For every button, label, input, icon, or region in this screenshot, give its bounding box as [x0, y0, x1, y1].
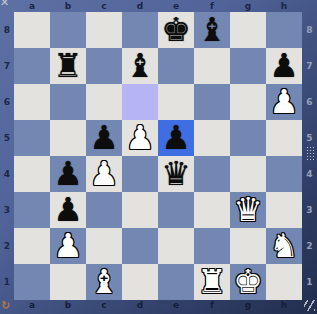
white-pawn-piece[interactable]: ♟ [86, 156, 122, 192]
square-h6[interactable]: ♟ [266, 84, 302, 120]
square-g7[interactable] [230, 48, 266, 84]
rank-label-left-3: 3 [0, 192, 14, 228]
file-label-top-f: f [194, 0, 230, 12]
white-knight-piece[interactable]: ♞ [266, 228, 302, 264]
rank-label-right-2: 2 [302, 228, 317, 264]
square-c2[interactable] [86, 228, 122, 264]
file-label-bottom-c: c [86, 299, 122, 313]
square-b5[interactable] [50, 120, 86, 156]
square-g1[interactable]: ♚ [230, 264, 266, 300]
square-g4[interactable] [230, 156, 266, 192]
file-label-bottom-b: b [50, 299, 86, 313]
square-c7[interactable] [86, 48, 122, 84]
square-f8[interactable]: ♝ [194, 12, 230, 48]
file-label-top-h: h [266, 0, 302, 12]
square-g5[interactable] [230, 120, 266, 156]
square-a5[interactable] [14, 120, 50, 156]
file-label-top-d: d [122, 0, 158, 12]
square-a2[interactable] [14, 228, 50, 264]
black-pawn-piece[interactable]: ♟ [50, 156, 86, 192]
square-d4[interactable] [122, 156, 158, 192]
black-pawn-piece[interactable]: ♟ [158, 120, 194, 156]
rank-label-left-8: 8 [0, 12, 14, 48]
square-c1[interactable]: ♝ [86, 264, 122, 300]
chess-board: ♚♝♜♝♟♟♟♟♟♟♟♛♟♛♟♞♝♜♚ [14, 12, 302, 300]
square-f4[interactable] [194, 156, 230, 192]
square-a3[interactable] [14, 192, 50, 228]
square-c8[interactable] [86, 12, 122, 48]
square-g2[interactable] [230, 228, 266, 264]
square-f2[interactable] [194, 228, 230, 264]
square-f7[interactable] [194, 48, 230, 84]
square-f6[interactable] [194, 84, 230, 120]
square-h8[interactable] [266, 12, 302, 48]
square-h5[interactable] [266, 120, 302, 156]
square-c5[interactable]: ♟ [86, 120, 122, 156]
file-label-bottom-f: f [194, 299, 230, 313]
drag-handle-dots-icon[interactable] [306, 146, 315, 162]
square-h2[interactable]: ♞ [266, 228, 302, 264]
file-label-top-a: a [14, 0, 50, 12]
white-pawn-piece[interactable]: ♟ [50, 228, 86, 264]
square-g6[interactable] [230, 84, 266, 120]
chess-board-window: ✕ ♚♝♜♝♟♟♟♟♟♟♟♛♟♛♟♞♝♜♚ aabbccddeeffgghh88… [0, 0, 317, 314]
square-f1[interactable]: ♜ [194, 264, 230, 300]
close-icon[interactable]: ✕ [0, 0, 9, 9]
square-c3[interactable] [86, 192, 122, 228]
square-b6[interactable] [50, 84, 86, 120]
rank-label-left-5: 5 [0, 120, 14, 156]
square-d1[interactable] [122, 264, 158, 300]
square-d6[interactable] [122, 84, 158, 120]
square-h7[interactable]: ♟ [266, 48, 302, 84]
black-pawn-piece[interactable]: ♟ [86, 120, 122, 156]
square-h1[interactable] [266, 264, 302, 300]
square-d5[interactable]: ♟ [122, 120, 158, 156]
square-f5[interactable] [194, 120, 230, 156]
file-label-bottom-d: d [122, 299, 158, 313]
rank-label-left-6: 6 [0, 84, 14, 120]
black-pawn-piece[interactable]: ♟ [50, 192, 86, 228]
black-bishop-piece[interactable]: ♝ [194, 12, 230, 48]
square-a6[interactable] [14, 84, 50, 120]
rank-label-right-1: 1 [302, 264, 317, 300]
white-pawn-piece[interactable]: ♟ [122, 120, 158, 156]
white-rook-piece[interactable]: ♜ [194, 264, 230, 300]
square-e8[interactable]: ♚ [158, 12, 194, 48]
black-queen-piece[interactable]: ♛ [158, 156, 194, 192]
square-g8[interactable] [230, 12, 266, 48]
square-c6[interactable] [86, 84, 122, 120]
square-a8[interactable] [14, 12, 50, 48]
file-label-bottom-g: g [230, 299, 266, 313]
square-b4[interactable]: ♟ [50, 156, 86, 192]
rank-label-right-6: 6 [302, 84, 317, 120]
file-label-bottom-e: e [158, 299, 194, 313]
square-e1[interactable] [158, 264, 194, 300]
square-e3[interactable] [158, 192, 194, 228]
file-label-top-e: e [158, 0, 194, 12]
square-e4[interactable]: ♛ [158, 156, 194, 192]
file-label-top-c: c [86, 0, 122, 12]
file-label-bottom-h: h [266, 299, 302, 313]
file-label-top-g: g [230, 0, 266, 12]
white-pawn-piece[interactable]: ♟ [266, 84, 302, 120]
rank-label-left-1: 1 [0, 264, 14, 300]
square-a1[interactable] [14, 264, 50, 300]
square-b8[interactable] [50, 12, 86, 48]
square-h4[interactable] [266, 156, 302, 192]
white-bishop-piece[interactable]: ♝ [86, 264, 122, 300]
rank-label-right-8: 8 [302, 12, 317, 48]
white-queen-piece[interactable]: ♛ [230, 192, 266, 228]
square-b1[interactable] [50, 264, 86, 300]
square-f3[interactable] [194, 192, 230, 228]
square-h3[interactable] [266, 192, 302, 228]
rank-label-left-4: 4 [0, 156, 14, 192]
square-e5[interactable]: ♟ [158, 120, 194, 156]
rank-label-right-7: 7 [302, 48, 317, 84]
square-e2[interactable] [158, 228, 194, 264]
resize-grip-icon[interactable] [304, 300, 315, 311]
square-d3[interactable] [122, 192, 158, 228]
file-label-bottom-a: a [14, 299, 50, 313]
rank-label-right-3: 3 [302, 192, 317, 228]
black-pawn-piece[interactable]: ♟ [266, 48, 302, 84]
square-d8[interactable] [122, 12, 158, 48]
square-e7[interactable] [158, 48, 194, 84]
square-d2[interactable] [122, 228, 158, 264]
square-g3[interactable]: ♛ [230, 192, 266, 228]
file-label-top-b: b [50, 0, 86, 12]
black-king-piece[interactable]: ♚ [158, 12, 194, 48]
white-king-piece[interactable]: ♚ [230, 264, 266, 300]
rank-label-left-7: 7 [0, 48, 14, 84]
square-e6[interactable] [158, 84, 194, 120]
square-c4[interactable]: ♟ [86, 156, 122, 192]
square-a4[interactable] [14, 156, 50, 192]
rank-label-left-2: 2 [0, 228, 14, 264]
black-rook-piece[interactable]: ♜ [50, 48, 86, 84]
square-b7[interactable]: ♜ [50, 48, 86, 84]
square-a7[interactable] [14, 48, 50, 84]
flip-board-icon[interactable]: ↻ [1, 299, 10, 312]
square-b2[interactable]: ♟ [50, 228, 86, 264]
square-d7[interactable]: ♝ [122, 48, 158, 84]
black-bishop-piece[interactable]: ♝ [122, 48, 158, 84]
square-b3[interactable]: ♟ [50, 192, 86, 228]
